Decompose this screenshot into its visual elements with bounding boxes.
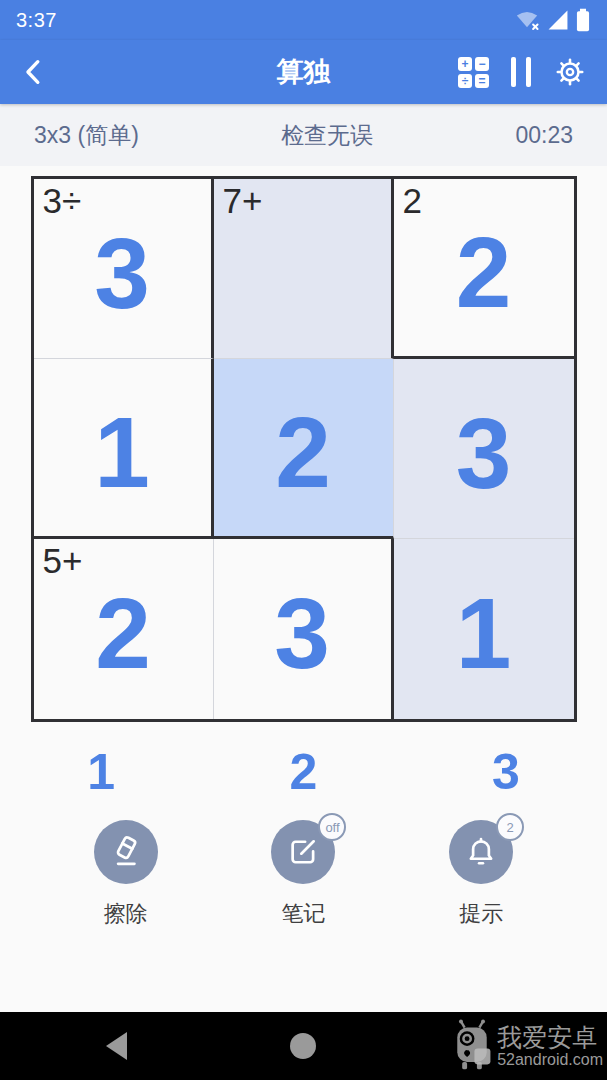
app-bar: 算独 +−÷= (0, 40, 607, 104)
hint-count-badge: 2 (496, 813, 524, 841)
cage-label: 5+ (43, 541, 83, 581)
notes-button[interactable]: off 笔记 (215, 820, 393, 929)
cell-value: 3 (94, 215, 150, 323)
pause-button[interactable] (511, 57, 531, 87)
cell-value: 2 (95, 575, 151, 683)
board-cell-r1c2[interactable]: 3 (394, 359, 574, 539)
battery-icon (575, 7, 591, 33)
erase-button[interactable]: 擦除 (37, 820, 215, 929)
status-bar: 3:37 (0, 0, 607, 40)
board-cell-r2c0[interactable]: 5+2 (34, 539, 214, 719)
calc-divide-tile: ÷ (458, 74, 472, 88)
bell-icon (463, 834, 499, 870)
cell-value: 2 (275, 394, 331, 502)
status-time: 3:37 (16, 9, 57, 32)
number-pad: 1 2 3 (0, 726, 607, 818)
board-cell-r0c1[interactable]: 7+ (214, 179, 394, 359)
hint-button[interactable]: 2 提示 (392, 820, 570, 929)
nav-back-icon[interactable] (106, 1032, 127, 1060)
board-cell-r2c1[interactable]: 3 (214, 539, 394, 719)
numkey-3[interactable]: 3 (405, 743, 607, 801)
hint-circle[interactable]: 2 (449, 820, 513, 884)
numkey-1[interactable]: 1 (0, 743, 202, 801)
note-pencil-icon (285, 834, 321, 870)
info-bar: 3x3 (简单) 检查无误 00:23 (0, 104, 607, 166)
signal-icon (546, 8, 570, 32)
cell-value: 2 (456, 214, 512, 322)
erase-label: 擦除 (104, 899, 148, 929)
nav-home-icon[interactable] (290, 1033, 316, 1059)
timer: 00:23 (515, 122, 573, 149)
watermark-url: 52android.com (497, 1051, 603, 1068)
cage-label: 7+ (223, 181, 263, 221)
board-cell-r1c1[interactable]: 2 (214, 359, 394, 539)
numkey-2[interactable]: 2 (202, 743, 404, 801)
notes-label: 笔记 (281, 899, 325, 929)
robot-mascot-icon (451, 1019, 493, 1073)
calc-equals-tile: = (475, 74, 489, 88)
settings-gear-icon[interactable] (553, 55, 587, 89)
level-label: 3x3 (简单) (34, 120, 139, 151)
cell-value: 3 (456, 395, 512, 503)
notes-circle[interactable]: off (271, 820, 335, 884)
notes-badge: off (318, 813, 346, 841)
cell-value: 1 (94, 394, 150, 502)
tool-bar: 擦除 off 笔记 2 提示 (0, 820, 607, 929)
watermark: 我爱安卓 52android.com (451, 1019, 603, 1073)
android-nav-bar: 我爱安卓 52android.com (0, 1012, 607, 1080)
check-status: 检查无误 (281, 120, 373, 151)
board-cell-r2c2[interactable]: 1 (394, 539, 574, 719)
erase-circle[interactable] (94, 820, 158, 884)
board: 3÷37+221235+231 (31, 176, 577, 722)
board-cell-r0c2[interactable]: 22 (394, 179, 574, 359)
cell-value: 1 (456, 575, 512, 683)
spacer (0, 929, 607, 1012)
cell-value: 3 (274, 575, 330, 683)
cage-label: 3÷ (43, 181, 82, 221)
wifi-off-icon (513, 7, 541, 33)
eraser-icon (108, 834, 144, 870)
board-cell-r0c0[interactable]: 3÷3 (34, 179, 214, 359)
cage-label: 2 (403, 181, 422, 221)
calc-plus-tile: + (458, 57, 472, 71)
board-cell-r1c0[interactable]: 1 (34, 359, 214, 539)
calc-minus-tile: − (475, 57, 489, 71)
calculator-mode-icon[interactable]: +−÷= (458, 57, 489, 88)
hint-label: 提示 (459, 899, 503, 929)
back-button[interactable] (20, 55, 50, 89)
watermark-title: 我爱安卓 (497, 1024, 603, 1051)
